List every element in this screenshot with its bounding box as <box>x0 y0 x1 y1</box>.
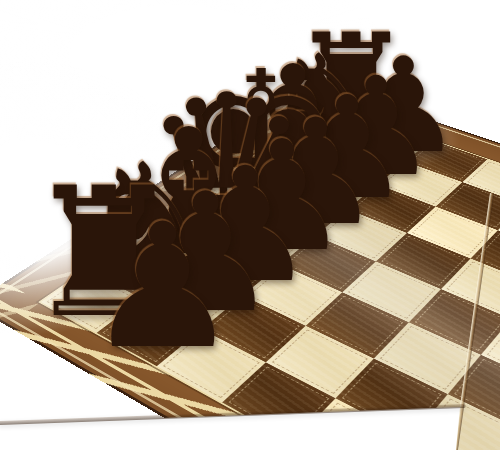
chess-piece-a7-pawn: ♟ <box>85 201 239 373</box>
chess-set-photo: ♜♞♝♛♚♝♞♜♟♟♟♟♟♟♟♟ <box>0 0 500 450</box>
pieces-layer: ♜♞♝♛♚♝♞♜♟♟♟♟♟♟♟♟ <box>0 0 500 450</box>
